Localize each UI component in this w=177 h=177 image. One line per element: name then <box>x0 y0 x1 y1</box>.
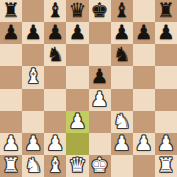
piece-black-pawn[interactable]: ♟ <box>157 21 175 43</box>
square-c8[interactable]: ♝ <box>44 0 66 22</box>
square-b1[interactable]: ♞ <box>22 155 44 177</box>
square-g3[interactable] <box>133 111 155 133</box>
square-f7[interactable]: ♟ <box>111 22 133 44</box>
piece-white-knight[interactable]: ♞ <box>113 110 131 132</box>
piece-black-rook[interactable]: ♜ <box>157 0 175 21</box>
square-g4[interactable] <box>133 89 155 111</box>
square-b7[interactable]: ♟ <box>22 22 44 44</box>
piece-white-rook[interactable]: ♜ <box>157 154 175 176</box>
square-b3[interactable] <box>22 111 44 133</box>
square-d8[interactable]: ♛ <box>66 0 88 22</box>
piece-black-pawn[interactable]: ♟ <box>46 21 64 43</box>
square-h3[interactable] <box>155 111 177 133</box>
piece-white-bishop[interactable]: ♝ <box>24 65 42 87</box>
square-e5[interactable]: ♟ <box>89 66 111 88</box>
square-f1[interactable] <box>111 155 133 177</box>
square-b8[interactable] <box>22 0 44 22</box>
square-d5[interactable] <box>66 66 88 88</box>
square-g5[interactable] <box>133 66 155 88</box>
square-g1[interactable] <box>133 155 155 177</box>
square-d4[interactable] <box>66 89 88 111</box>
square-d2[interactable] <box>66 133 88 155</box>
square-e4[interactable]: ♟ <box>89 89 111 111</box>
piece-white-pawn[interactable]: ♟ <box>68 110 86 132</box>
square-d7[interactable]: ♟ <box>66 22 88 44</box>
square-a6[interactable] <box>0 44 22 66</box>
square-b2[interactable]: ♟ <box>22 133 44 155</box>
piece-black-pawn[interactable]: ♟ <box>24 21 42 43</box>
square-a1[interactable]: ♜ <box>0 155 22 177</box>
square-f5[interactable] <box>111 66 133 88</box>
piece-white-queen[interactable]: ♛ <box>68 154 86 176</box>
square-c6[interactable]: ♞ <box>44 44 66 66</box>
square-f6[interactable]: ♞ <box>111 44 133 66</box>
piece-black-pawn[interactable]: ♟ <box>68 21 86 43</box>
piece-white-king[interactable]: ♚ <box>91 154 109 176</box>
square-e8[interactable]: ♚ <box>89 0 111 22</box>
piece-black-rook[interactable]: ♜ <box>2 0 20 21</box>
square-g7[interactable]: ♟ <box>133 22 155 44</box>
square-d3[interactable]: ♟ <box>66 111 88 133</box>
piece-white-pawn[interactable]: ♟ <box>157 132 175 154</box>
square-a3[interactable] <box>0 111 22 133</box>
chess-board-container: ♜♝♛♚♝♜♟♟♟♟♟♟♟♞♞♝♟♟♟♞♟♟♟♟♟♟♜♞♝♛♚♜ <box>0 0 177 177</box>
square-b4[interactable] <box>22 89 44 111</box>
piece-black-pawn[interactable]: ♟ <box>135 21 153 43</box>
square-f4[interactable] <box>111 89 133 111</box>
square-g8[interactable] <box>133 0 155 22</box>
square-e3[interactable] <box>89 111 111 133</box>
square-c3[interactable] <box>44 111 66 133</box>
square-g2[interactable]: ♟ <box>133 133 155 155</box>
square-h1[interactable]: ♜ <box>155 155 177 177</box>
piece-black-bishop[interactable]: ♝ <box>113 0 131 21</box>
square-e6[interactable] <box>89 44 111 66</box>
square-h6[interactable] <box>155 44 177 66</box>
square-d6[interactable] <box>66 44 88 66</box>
piece-black-king[interactable]: ♚ <box>91 0 109 21</box>
square-e7[interactable] <box>89 22 111 44</box>
square-a7[interactable]: ♟ <box>0 22 22 44</box>
square-f2[interactable]: ♟ <box>111 133 133 155</box>
square-h5[interactable] <box>155 66 177 88</box>
piece-white-pawn[interactable]: ♟ <box>24 132 42 154</box>
square-a8[interactable]: ♜ <box>0 0 22 22</box>
piece-white-pawn[interactable]: ♟ <box>91 88 109 110</box>
square-h7[interactable]: ♟ <box>155 22 177 44</box>
square-h8[interactable]: ♜ <box>155 0 177 22</box>
square-e1[interactable]: ♚ <box>89 155 111 177</box>
square-a5[interactable] <box>0 66 22 88</box>
square-c2[interactable]: ♟ <box>44 133 66 155</box>
piece-black-pawn[interactable]: ♟ <box>2 21 20 43</box>
piece-black-knight[interactable]: ♞ <box>113 43 131 65</box>
piece-black-pawn[interactable]: ♟ <box>91 65 109 87</box>
piece-white-bishop[interactable]: ♝ <box>46 154 64 176</box>
square-f3[interactable]: ♞ <box>111 111 133 133</box>
square-a4[interactable] <box>0 89 22 111</box>
square-f8[interactable]: ♝ <box>111 0 133 22</box>
square-b6[interactable] <box>22 44 44 66</box>
square-e2[interactable] <box>89 133 111 155</box>
piece-white-rook[interactable]: ♜ <box>2 154 20 176</box>
piece-white-pawn[interactable]: ♟ <box>2 132 20 154</box>
piece-black-knight[interactable]: ♞ <box>46 43 64 65</box>
square-d1[interactable]: ♛ <box>66 155 88 177</box>
square-a2[interactable]: ♟ <box>0 133 22 155</box>
piece-white-pawn[interactable]: ♟ <box>46 132 64 154</box>
square-c1[interactable]: ♝ <box>44 155 66 177</box>
piece-black-pawn[interactable]: ♟ <box>113 21 131 43</box>
piece-white-knight[interactable]: ♞ <box>24 154 42 176</box>
chess-board: ♜♝♛♚♝♜♟♟♟♟♟♟♟♞♞♝♟♟♟♞♟♟♟♟♟♟♜♞♝♛♚♜ <box>0 0 177 177</box>
piece-black-bishop[interactable]: ♝ <box>46 0 64 21</box>
square-h2[interactable]: ♟ <box>155 133 177 155</box>
piece-white-pawn[interactable]: ♟ <box>113 132 131 154</box>
piece-black-queen[interactable]: ♛ <box>68 0 86 21</box>
square-b5[interactable]: ♝ <box>22 66 44 88</box>
square-g6[interactable] <box>133 44 155 66</box>
square-c7[interactable]: ♟ <box>44 22 66 44</box>
square-h4[interactable] <box>155 89 177 111</box>
square-c4[interactable] <box>44 89 66 111</box>
piece-white-pawn[interactable]: ♟ <box>135 132 153 154</box>
square-c5[interactable] <box>44 66 66 88</box>
